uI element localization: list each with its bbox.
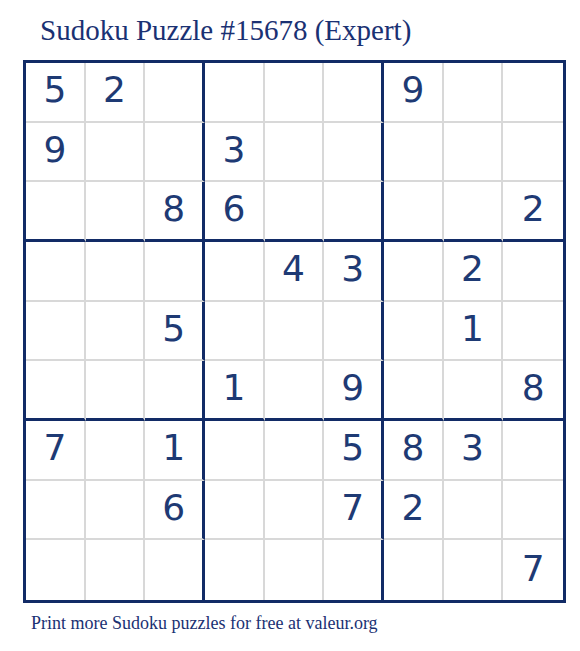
cell-r3c5 (265, 182, 325, 242)
cell-r9c1 (26, 540, 86, 600)
cell-r4c8: 2 (444, 242, 504, 302)
cell-r8c3: 6 (145, 481, 205, 541)
cell-r9c3 (145, 540, 205, 600)
cell-r3c2 (86, 182, 146, 242)
cell-r4c2 (86, 242, 146, 302)
cell-r8c1 (26, 481, 86, 541)
cell-r4c1 (26, 242, 86, 302)
cell-r4c9 (503, 242, 563, 302)
cell-r6c8 (444, 361, 504, 421)
cell-r9c5 (265, 540, 325, 600)
cell-r2c8 (444, 123, 504, 183)
cell-r5c7 (384, 302, 444, 362)
cell-r7c7: 8 (384, 421, 444, 481)
cell-r3c1 (26, 182, 86, 242)
cell-r8c9 (503, 481, 563, 541)
cell-r5c8: 1 (444, 302, 504, 362)
cell-r3c8 (444, 182, 504, 242)
cell-r8c5 (265, 481, 325, 541)
cell-r6c1 (26, 361, 86, 421)
cell-r1c7: 9 (384, 63, 444, 123)
cell-r9c2 (86, 540, 146, 600)
cell-r1c1: 5 (26, 63, 86, 123)
cell-r3c4: 6 (205, 182, 265, 242)
cell-r1c8 (444, 63, 504, 123)
cell-r1c6 (324, 63, 384, 123)
cell-r8c6: 7 (324, 481, 384, 541)
cell-r5c9 (503, 302, 563, 362)
sudoku-grid: 5299386243251198715836727 (23, 60, 566, 603)
cell-r2c1: 9 (26, 123, 86, 183)
cell-r4c5: 4 (265, 242, 325, 302)
cell-r2c2 (86, 123, 146, 183)
cell-r9c9: 7 (503, 540, 563, 600)
cell-r7c9 (503, 421, 563, 481)
cell-r7c2 (86, 421, 146, 481)
cell-r8c4 (205, 481, 265, 541)
cell-r3c6 (324, 182, 384, 242)
cell-r5c5 (265, 302, 325, 362)
cell-r4c6: 3 (324, 242, 384, 302)
cell-r2c7 (384, 123, 444, 183)
cell-r8c8 (444, 481, 504, 541)
cell-r8c2 (86, 481, 146, 541)
cell-r2c6 (324, 123, 384, 183)
cell-r5c1 (26, 302, 86, 362)
cell-r7c5 (265, 421, 325, 481)
cell-r4c4 (205, 242, 265, 302)
cell-r3c7 (384, 182, 444, 242)
cell-r7c4 (205, 421, 265, 481)
cell-r7c8: 3 (444, 421, 504, 481)
cell-r1c4 (205, 63, 265, 123)
cell-r5c2 (86, 302, 146, 362)
cell-r7c6: 5 (324, 421, 384, 481)
cell-r2c4: 3 (205, 123, 265, 183)
cell-r9c6 (324, 540, 384, 600)
cell-r6c9: 8 (503, 361, 563, 421)
cell-r6c7 (384, 361, 444, 421)
cell-r7c3: 1 (145, 421, 205, 481)
cell-r2c3 (145, 123, 205, 183)
cell-r6c2 (86, 361, 146, 421)
sudoku-page: Sudoku Puzzle #15678 (Expert) 5299386243… (0, 0, 580, 651)
cell-r7c1: 7 (26, 421, 86, 481)
cell-r4c7 (384, 242, 444, 302)
cell-r9c8 (444, 540, 504, 600)
cell-r2c5 (265, 123, 325, 183)
cell-r5c3: 5 (145, 302, 205, 362)
cell-r6c5 (265, 361, 325, 421)
cell-r6c3 (145, 361, 205, 421)
cell-r9c7 (384, 540, 444, 600)
cell-r1c5 (265, 63, 325, 123)
cell-r1c9 (503, 63, 563, 123)
cell-r1c2: 2 (86, 63, 146, 123)
footer-text: Print more Sudoku puzzles for free at va… (31, 613, 378, 634)
cell-r5c6 (324, 302, 384, 362)
cell-r2c9 (503, 123, 563, 183)
cell-r3c3: 8 (145, 182, 205, 242)
cell-r9c4 (205, 540, 265, 600)
cell-r3c9: 2 (503, 182, 563, 242)
cell-r4c3 (145, 242, 205, 302)
page-title: Sudoku Puzzle #15678 (Expert) (40, 14, 411, 47)
cell-r5c4 (205, 302, 265, 362)
cell-r1c3 (145, 63, 205, 123)
cell-r6c4: 1 (205, 361, 265, 421)
cell-r6c6: 9 (324, 361, 384, 421)
cell-r8c7: 2 (384, 481, 444, 541)
